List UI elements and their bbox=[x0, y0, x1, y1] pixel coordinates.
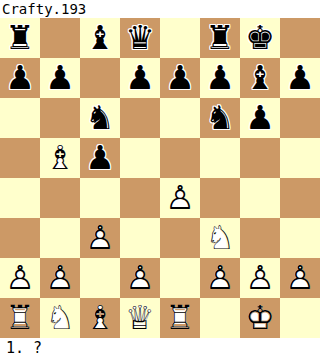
window-title: Crafty.193 bbox=[0, 0, 320, 18]
square-h6[interactable] bbox=[280, 98, 320, 138]
square-a2[interactable]: ♟ bbox=[0, 258, 40, 298]
square-a6[interactable] bbox=[0, 98, 40, 138]
square-h2[interactable]: ♟ bbox=[280, 258, 320, 298]
square-f5[interactable] bbox=[200, 138, 240, 178]
black-pawn[interactable]: ♟ bbox=[200, 58, 240, 98]
white-rook[interactable]: ♜ bbox=[160, 298, 200, 338]
square-g4[interactable] bbox=[240, 178, 280, 218]
square-c6[interactable]: ♞ bbox=[80, 98, 120, 138]
white-pawn[interactable]: ♟ bbox=[280, 258, 320, 298]
square-d5[interactable] bbox=[120, 138, 160, 178]
square-g1[interactable]: ♚ bbox=[240, 298, 280, 338]
square-a5[interactable] bbox=[0, 138, 40, 178]
square-d4[interactable] bbox=[120, 178, 160, 218]
square-e3[interactable] bbox=[160, 218, 200, 258]
square-f2[interactable]: ♟ bbox=[200, 258, 240, 298]
square-c7[interactable] bbox=[80, 58, 120, 98]
square-c3[interactable]: ♟ bbox=[80, 218, 120, 258]
square-h1[interactable] bbox=[280, 298, 320, 338]
square-c8[interactable]: ♝ bbox=[80, 18, 120, 58]
square-g8[interactable]: ♚ bbox=[240, 18, 280, 58]
square-f6[interactable]: ♞ bbox=[200, 98, 240, 138]
square-b3[interactable] bbox=[40, 218, 80, 258]
white-pawn[interactable]: ♟ bbox=[40, 258, 80, 298]
square-b2[interactable]: ♟ bbox=[40, 258, 80, 298]
square-f1[interactable] bbox=[200, 298, 240, 338]
black-pawn[interactable]: ♟ bbox=[240, 98, 280, 138]
black-pawn[interactable]: ♟ bbox=[280, 58, 320, 98]
white-bishop[interactable]: ♝ bbox=[40, 138, 80, 178]
square-c2[interactable] bbox=[80, 258, 120, 298]
square-d3[interactable] bbox=[120, 218, 160, 258]
square-f8[interactable]: ♜ bbox=[200, 18, 240, 58]
square-h3[interactable] bbox=[280, 218, 320, 258]
black-pawn[interactable]: ♟ bbox=[40, 58, 80, 98]
square-g2[interactable]: ♟ bbox=[240, 258, 280, 298]
square-e1[interactable]: ♜ bbox=[160, 298, 200, 338]
white-queen[interactable]: ♛ bbox=[120, 298, 160, 338]
black-bishop[interactable]: ♝ bbox=[80, 18, 120, 58]
square-b4[interactable] bbox=[40, 178, 80, 218]
square-h5[interactable] bbox=[280, 138, 320, 178]
white-king[interactable]: ♚ bbox=[240, 298, 280, 338]
white-pawn[interactable]: ♟ bbox=[240, 258, 280, 298]
square-d2[interactable]: ♟ bbox=[120, 258, 160, 298]
square-e5[interactable] bbox=[160, 138, 200, 178]
square-b7[interactable]: ♟ bbox=[40, 58, 80, 98]
black-rook[interactable]: ♜ bbox=[0, 18, 40, 58]
square-a4[interactable] bbox=[0, 178, 40, 218]
black-bishop[interactable]: ♝ bbox=[240, 58, 280, 98]
white-rook[interactable]: ♜ bbox=[0, 298, 40, 338]
white-bishop[interactable]: ♝ bbox=[80, 298, 120, 338]
square-c4[interactable] bbox=[80, 178, 120, 218]
square-g5[interactable] bbox=[240, 138, 280, 178]
square-b1[interactable]: ♞ bbox=[40, 298, 80, 338]
square-d7[interactable]: ♟ bbox=[120, 58, 160, 98]
square-h8[interactable] bbox=[280, 18, 320, 58]
square-e6[interactable] bbox=[160, 98, 200, 138]
white-pawn[interactable]: ♟ bbox=[160, 178, 200, 218]
black-queen[interactable]: ♛ bbox=[120, 18, 160, 58]
square-h7[interactable]: ♟ bbox=[280, 58, 320, 98]
square-b5[interactable]: ♝ bbox=[40, 138, 80, 178]
square-a3[interactable] bbox=[0, 218, 40, 258]
black-rook[interactable]: ♜ bbox=[200, 18, 240, 58]
status-line: 1. ? bbox=[0, 338, 320, 360]
black-pawn[interactable]: ♟ bbox=[80, 138, 120, 178]
black-pawn[interactable]: ♟ bbox=[160, 58, 200, 98]
square-f4[interactable] bbox=[200, 178, 240, 218]
black-king[interactable]: ♚ bbox=[240, 18, 280, 58]
square-e4[interactable]: ♟ bbox=[160, 178, 200, 218]
square-e2[interactable] bbox=[160, 258, 200, 298]
square-a8[interactable]: ♜ bbox=[0, 18, 40, 58]
square-d1[interactable]: ♛ bbox=[120, 298, 160, 338]
square-e7[interactable]: ♟ bbox=[160, 58, 200, 98]
white-knight[interactable]: ♞ bbox=[200, 218, 240, 258]
square-f7[interactable]: ♟ bbox=[200, 58, 240, 98]
square-e8[interactable] bbox=[160, 18, 200, 58]
square-c1[interactable]: ♝ bbox=[80, 298, 120, 338]
black-pawn[interactable]: ♟ bbox=[0, 58, 40, 98]
square-h4[interactable] bbox=[280, 178, 320, 218]
white-pawn[interactable]: ♟ bbox=[120, 258, 160, 298]
square-g6[interactable]: ♟ bbox=[240, 98, 280, 138]
square-g7[interactable]: ♝ bbox=[240, 58, 280, 98]
square-c5[interactable]: ♟ bbox=[80, 138, 120, 178]
square-a1[interactable]: ♜ bbox=[0, 298, 40, 338]
chess-board: ♜♝♛♜♚♟♟♟♟♟♝♟♞♞♟♝♟♟♟♞♟♟♟♟♟♟♜♞♝♛♜♚ bbox=[0, 18, 320, 338]
white-pawn[interactable]: ♟ bbox=[80, 218, 120, 258]
square-f3[interactable]: ♞ bbox=[200, 218, 240, 258]
square-d8[interactable]: ♛ bbox=[120, 18, 160, 58]
black-knight[interactable]: ♞ bbox=[80, 98, 120, 138]
square-g3[interactable] bbox=[240, 218, 280, 258]
white-pawn[interactable]: ♟ bbox=[200, 258, 240, 298]
square-b8[interactable] bbox=[40, 18, 80, 58]
white-pawn[interactable]: ♟ bbox=[0, 258, 40, 298]
black-knight[interactable]: ♞ bbox=[200, 98, 240, 138]
white-knight[interactable]: ♞ bbox=[40, 298, 80, 338]
square-b6[interactable] bbox=[40, 98, 80, 138]
black-pawn[interactable]: ♟ bbox=[120, 58, 160, 98]
square-a7[interactable]: ♟ bbox=[0, 58, 40, 98]
square-d6[interactable] bbox=[120, 98, 160, 138]
